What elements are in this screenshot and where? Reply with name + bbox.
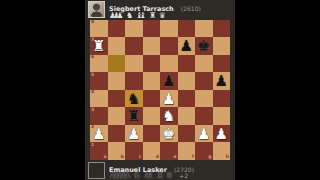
- captured-black-rook: ♜: [156, 171, 163, 180]
- square-g7[interactable]: ♚: [195, 37, 213, 55]
- square-e5[interactable]: ♟: [160, 72, 178, 90]
- square-e4[interactable]: ♟: [160, 90, 178, 108]
- bottom-captured-tray: ♟♟♟♟♟♞♝♝♜♛ +2: [109, 171, 188, 180]
- square-g8[interactable]: [195, 20, 213, 38]
- square-c2[interactable]: ♟: [125, 125, 143, 143]
- square-c1[interactable]: c: [125, 142, 143, 160]
- chess-gif-panel: Siegbert Tarrasch (2610) ♟♟♟♞♝♝♜♛ 87♜♟♚6…: [85, 0, 235, 180]
- file-label-f: f: [192, 155, 194, 160]
- square-g5[interactable]: [195, 72, 213, 90]
- square-h4[interactable]: [213, 90, 231, 108]
- square-b7[interactable]: [108, 37, 126, 55]
- square-h3[interactable]: [213, 107, 231, 125]
- piece-white-pawn[interactable]: ♟: [90, 125, 108, 143]
- captured-black-knight: ♞: [133, 171, 140, 180]
- file-label-b: b: [121, 155, 124, 160]
- file-label-g: g: [208, 155, 211, 160]
- piece-black-king[interactable]: ♚: [195, 37, 213, 55]
- video-frame: Siegbert Tarrasch (2610) ♟♟♟♞♝♝♜♛ 87♜♟♚6…: [0, 0, 320, 180]
- piece-white-pawn[interactable]: ♟: [125, 125, 143, 143]
- square-c8[interactable]: [125, 20, 143, 38]
- square-f4[interactable]: [178, 90, 196, 108]
- square-h1[interactable]: h: [213, 142, 231, 160]
- bottom-captured-pieces: ♟♟♟♟♟♞♝♝♜♛: [109, 171, 176, 180]
- file-label-e: e: [173, 155, 176, 160]
- square-h8[interactable]: [213, 20, 231, 38]
- square-a7[interactable]: 7♜: [90, 37, 108, 55]
- piece-black-pawn[interactable]: ♟: [160, 72, 178, 90]
- square-f3[interactable]: [178, 107, 196, 125]
- avatar-tarrasch: [88, 1, 105, 18]
- square-h5[interactable]: ♟: [213, 72, 231, 90]
- square-d3[interactable]: [143, 107, 161, 125]
- captured-black-bishop: ♝: [147, 171, 154, 180]
- square-a8[interactable]: 8: [90, 20, 108, 38]
- piece-black-knight[interactable]: ♞: [125, 90, 143, 108]
- square-d6[interactable]: [143, 55, 161, 73]
- piece-black-pawn[interactable]: ♟: [213, 72, 231, 90]
- square-f5[interactable]: [178, 72, 196, 90]
- square-c6[interactable]: [125, 55, 143, 73]
- material-advantage: +2: [179, 172, 188, 179]
- square-f1[interactable]: f: [178, 142, 196, 160]
- square-a1[interactable]: 1a: [90, 142, 108, 160]
- piece-white-rook[interactable]: ♜: [90, 37, 108, 55]
- square-f7[interactable]: ♟: [178, 37, 196, 55]
- square-d1[interactable]: d: [143, 142, 161, 160]
- rank-label-4: 4: [91, 90, 94, 95]
- square-d8[interactable]: [143, 20, 161, 38]
- rank-label-6: 6: [91, 55, 94, 60]
- square-b4[interactable]: [108, 90, 126, 108]
- square-b1[interactable]: b: [108, 142, 126, 160]
- piece-white-pawn[interactable]: ♟: [160, 90, 178, 108]
- square-a6[interactable]: 6: [90, 55, 108, 73]
- captured-black-pawn: ♟: [124, 171, 131, 180]
- square-g2[interactable]: ♟: [195, 125, 213, 143]
- piece-white-knight[interactable]: ♞: [160, 107, 178, 125]
- piece-black-pawn[interactable]: ♟: [178, 37, 196, 55]
- square-b5[interactable]: [108, 72, 126, 90]
- rank-label-8: 8: [91, 20, 94, 25]
- square-g3[interactable]: [195, 107, 213, 125]
- square-a2[interactable]: 2♟: [90, 125, 108, 143]
- avatar-lasker: [88, 162, 105, 179]
- square-d4[interactable]: [143, 90, 161, 108]
- captured-group-queen: ♛: [166, 171, 173, 180]
- captured-group-bishop: ♝♝: [143, 171, 154, 180]
- square-h2[interactable]: ♟: [213, 125, 231, 143]
- square-a3[interactable]: 3: [90, 107, 108, 125]
- square-h7[interactable]: [213, 37, 231, 55]
- captured-group-knight: ♞: [133, 171, 140, 180]
- square-g6[interactable]: [195, 55, 213, 73]
- top-player-rating: (2610): [181, 5, 201, 12]
- rank-label-1: 1: [91, 143, 94, 148]
- square-g1[interactable]: g: [195, 142, 213, 160]
- square-d5[interactable]: [143, 72, 161, 90]
- square-e7[interactable]: [160, 37, 178, 55]
- captured-group-pawn: ♟♟♟♟♟: [109, 171, 131, 180]
- square-b6[interactable]: [108, 55, 126, 73]
- file-label-h: h: [226, 155, 229, 160]
- captured-black-queen: ♛: [166, 171, 173, 180]
- square-a4[interactable]: 4: [90, 90, 108, 108]
- piece-white-pawn[interactable]: ♟: [195, 125, 213, 143]
- square-e6[interactable]: [160, 55, 178, 73]
- square-d7[interactable]: [143, 37, 161, 55]
- square-h6[interactable]: [213, 55, 231, 73]
- square-b8[interactable]: [108, 20, 126, 38]
- chess-board[interactable]: 87♜♟♚65♟♟4♞♟3♜♞2♟♟♚♟♟1abcdefgh: [90, 20, 230, 160]
- square-f6[interactable]: [178, 55, 196, 73]
- file-label-d: d: [156, 155, 159, 160]
- file-label-c: c: [139, 155, 142, 160]
- square-b3[interactable]: [108, 107, 126, 125]
- square-f2[interactable]: [178, 125, 196, 143]
- square-b2[interactable]: [108, 125, 126, 143]
- square-e3[interactable]: ♞: [160, 107, 178, 125]
- square-c5[interactable]: [125, 72, 143, 90]
- square-a5[interactable]: 5: [90, 72, 108, 90]
- captured-group-rook: ♜: [156, 171, 163, 180]
- piece-black-rook[interactable]: ♜: [125, 107, 143, 125]
- square-g4[interactable]: [195, 90, 213, 108]
- square-c3[interactable]: ♜: [125, 107, 143, 125]
- rank-label-3: 3: [91, 108, 94, 113]
- piece-white-king[interactable]: ♚: [160, 125, 178, 143]
- square-d2[interactable]: [143, 125, 161, 143]
- file-label-a: a: [103, 155, 106, 160]
- square-e2[interactable]: ♚: [160, 125, 178, 143]
- rank-label-5: 5: [91, 73, 94, 78]
- piece-white-pawn[interactable]: ♟: [213, 125, 231, 143]
- square-c7[interactable]: [125, 37, 143, 55]
- square-c4[interactable]: ♞: [125, 90, 143, 108]
- square-f8[interactable]: [178, 20, 196, 38]
- square-e8[interactable]: [160, 20, 178, 38]
